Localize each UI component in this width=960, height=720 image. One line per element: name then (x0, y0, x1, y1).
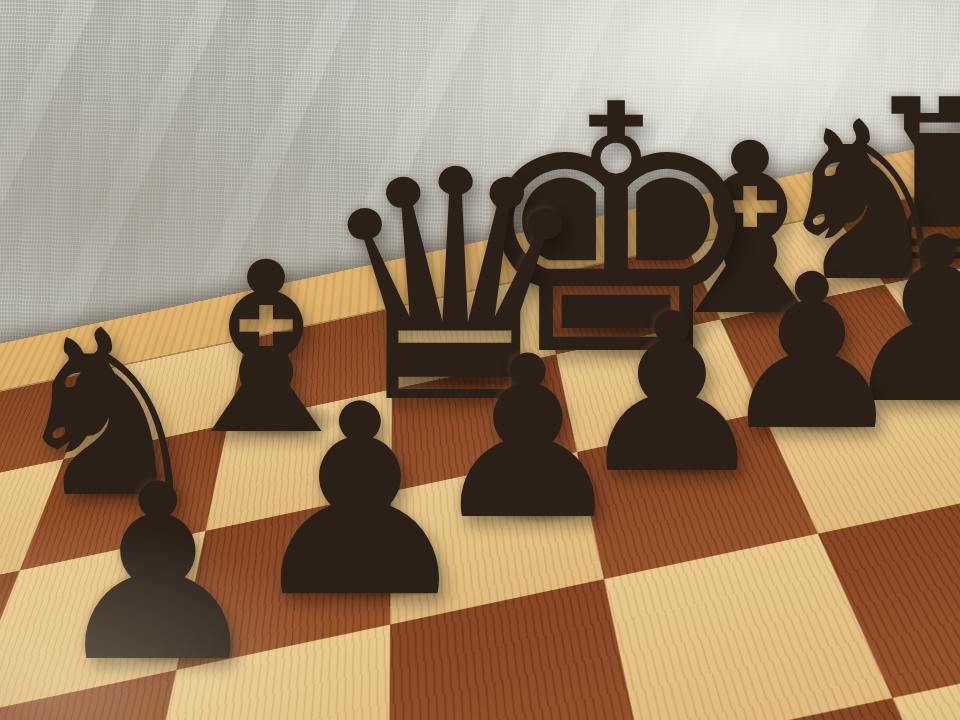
pieces-layer: ♞♝♛♚♝♞♜♟♟♟♟♟♟ (0, 0, 960, 720)
photo-scene: ♞♝♛♚♝♞♜♟♟♟♟♟♟ (0, 0, 960, 720)
piece-pawn-c7: ♟ (242, 370, 479, 634)
piece-pawn-b7: ♟ (49, 452, 267, 695)
